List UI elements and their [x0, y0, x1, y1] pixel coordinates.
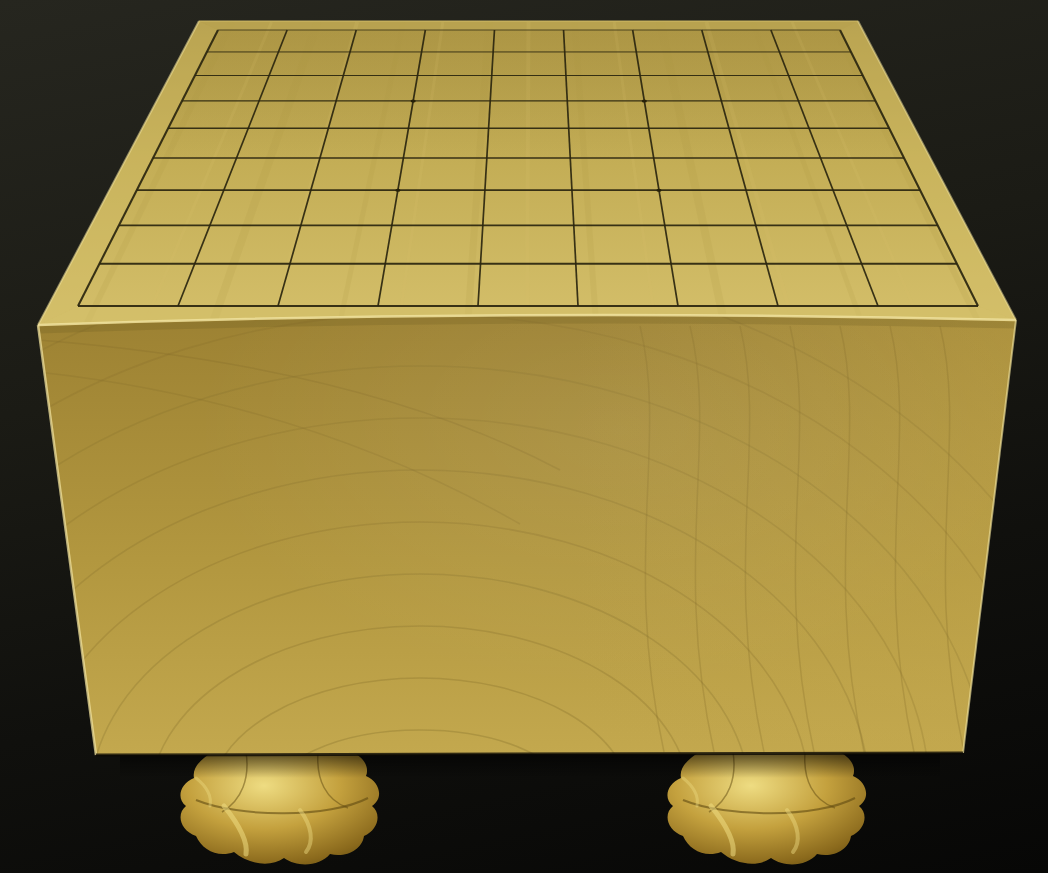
square-f9-r2[interactable]	[195, 52, 279, 76]
square-f4-r3[interactable]	[566, 76, 644, 101]
square-f1-r6[interactable]	[821, 158, 921, 190]
square-f7-r6[interactable]	[311, 158, 404, 190]
square-f3-r6[interactable]	[654, 158, 746, 190]
square-f5-r7[interactable]	[483, 190, 574, 225]
square-f4-r6[interactable]	[570, 158, 659, 190]
square-f4-r4[interactable]	[567, 101, 649, 128]
square-f1-r9[interactable]	[862, 264, 978, 306]
scene	[0, 0, 1048, 873]
square-f1-r5[interactable]	[809, 128, 904, 158]
square-f9-r1[interactable]	[207, 30, 287, 52]
square-f5-r9[interactable]	[478, 264, 578, 306]
square-f7-r4[interactable]	[328, 101, 413, 128]
square-f3-r4[interactable]	[644, 101, 729, 128]
square-f1-r3[interactable]	[789, 76, 876, 101]
square-f8-r9[interactable]	[178, 264, 290, 306]
board-grid	[78, 30, 978, 306]
square-f3-r8[interactable]	[665, 225, 767, 263]
square-f4-r5[interactable]	[569, 128, 654, 158]
square-f9-r4[interactable]	[168, 101, 259, 128]
square-f2-r8[interactable]	[756, 225, 862, 263]
square-f6-r8[interactable]	[385, 225, 483, 263]
square-f2-r9[interactable]	[766, 264, 878, 306]
square-f5-r5[interactable]	[487, 128, 570, 158]
square-f8-r1[interactable]	[278, 30, 356, 52]
square-f8-r3[interactable]	[259, 76, 343, 101]
square-f9-r5[interactable]	[153, 128, 248, 158]
square-f8-r5[interactable]	[237, 128, 329, 158]
square-f4-r8[interactable]	[574, 225, 671, 263]
square-f6-r3[interactable]	[413, 76, 492, 101]
square-f2-r2[interactable]	[708, 52, 789, 76]
square-f7-r1[interactable]	[350, 30, 425, 52]
square-f5-r6[interactable]	[485, 158, 572, 190]
square-f6-r1[interactable]	[422, 30, 495, 52]
square-f2-r4[interactable]	[721, 101, 809, 128]
square-f1-r1[interactable]	[771, 30, 851, 52]
square-f4-r9[interactable]	[576, 264, 678, 306]
square-f2-r5[interactable]	[729, 128, 821, 158]
square-f4-r1[interactable]	[564, 30, 637, 52]
square-f7-r9[interactable]	[278, 264, 385, 306]
square-f1-r2[interactable]	[779, 52, 862, 76]
square-f1-r4[interactable]	[798, 101, 889, 128]
square-f6-r7[interactable]	[392, 190, 485, 225]
square-f6-r9[interactable]	[378, 264, 481, 306]
square-f6-r2[interactable]	[418, 52, 494, 76]
square-f5-r4[interactable]	[489, 101, 569, 128]
square-f6-r6[interactable]	[398, 158, 487, 190]
square-f7-r5[interactable]	[320, 128, 409, 158]
square-f2-r1[interactable]	[702, 30, 780, 52]
square-f2-r7[interactable]	[746, 190, 847, 225]
square-f3-r2[interactable]	[636, 52, 714, 76]
square-f3-r5[interactable]	[649, 128, 737, 158]
square-f5-r8[interactable]	[481, 225, 576, 263]
square-f3-r9[interactable]	[671, 264, 778, 306]
square-f5-r1[interactable]	[493, 30, 565, 52]
square-f9-r6[interactable]	[137, 158, 237, 190]
square-f8-r7[interactable]	[210, 190, 311, 225]
square-f6-r5[interactable]	[403, 128, 488, 158]
square-f2-r3[interactable]	[714, 76, 798, 101]
square-f4-r2[interactable]	[565, 52, 640, 76]
square-f8-r2[interactable]	[269, 52, 350, 76]
square-f3-r1[interactable]	[633, 30, 708, 52]
square-f1-r7[interactable]	[833, 190, 938, 225]
square-f4-r7[interactable]	[572, 190, 665, 225]
square-f7-r8[interactable]	[290, 225, 392, 263]
square-f3-r3[interactable]	[640, 76, 721, 101]
square-f7-r3[interactable]	[336, 76, 417, 101]
square-f9-r8[interactable]	[99, 225, 209, 263]
square-f2-r6[interactable]	[737, 158, 833, 190]
square-f5-r3[interactable]	[490, 76, 567, 101]
square-f1-r8[interactable]	[847, 225, 957, 263]
square-f7-r7[interactable]	[301, 190, 398, 225]
square-f5-r2[interactable]	[492, 52, 566, 76]
square-f6-r4[interactable]	[408, 101, 490, 128]
square-f7-r2[interactable]	[343, 52, 421, 76]
square-f3-r7[interactable]	[659, 190, 756, 225]
square-f9-r7[interactable]	[119, 190, 224, 225]
square-f9-r3[interactable]	[182, 76, 269, 101]
square-f8-r4[interactable]	[248, 101, 336, 128]
square-f9-r9[interactable]	[78, 264, 195, 306]
shogi-board	[78, 30, 978, 306]
square-f8-r8[interactable]	[195, 225, 301, 263]
square-f8-r6[interactable]	[224, 158, 320, 190]
